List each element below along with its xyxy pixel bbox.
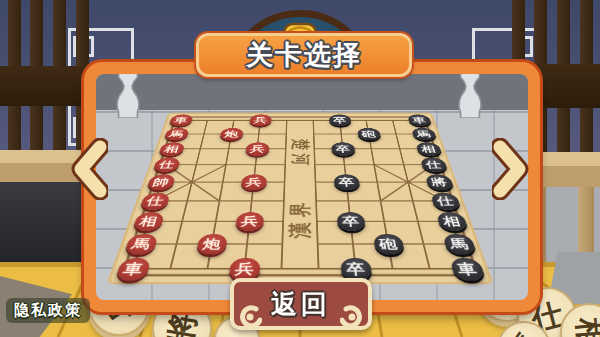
piece-red-兵: 兵 bbox=[249, 115, 272, 127]
board-cell: 仕 bbox=[426, 191, 465, 211]
board-cell bbox=[300, 173, 332, 191]
piece-red-兵: 兵 bbox=[228, 258, 261, 281]
piece-black-車: 車 bbox=[407, 115, 432, 127]
board-cell bbox=[272, 127, 300, 141]
board-cell bbox=[244, 127, 273, 141]
piece-black-仕: 仕 bbox=[429, 193, 461, 210]
board-cell: 相 bbox=[155, 141, 188, 156]
board-cell bbox=[162, 211, 201, 232]
board-cell: 馬 bbox=[160, 127, 192, 141]
board-cell: 砲 bbox=[369, 232, 409, 256]
back-button-label: 返回 bbox=[271, 287, 331, 322]
board-cell: 車 bbox=[165, 114, 196, 127]
board-cell: 卒 bbox=[326, 114, 354, 127]
board-cell bbox=[184, 141, 216, 156]
board-cell bbox=[356, 141, 387, 156]
piece-red-兵: 兵 bbox=[245, 142, 270, 155]
cloud-swirl-icon bbox=[340, 304, 366, 328]
piece-red-相: 相 bbox=[158, 142, 186, 155]
board-cell bbox=[197, 211, 235, 232]
board-cell: 馬 bbox=[408, 127, 440, 141]
board-cell bbox=[387, 157, 421, 174]
piece-black-車: 車 bbox=[448, 258, 485, 281]
board-cell bbox=[267, 191, 300, 211]
board-cell bbox=[270, 157, 300, 174]
board-cell bbox=[228, 232, 266, 256]
level-preview-panel: 楚河 漢界 車兵卒車馬炮砲馬相兵卒相仕仕帥兵卒將仕仕相兵卒相馬炮砲馬車兵卒車 bbox=[84, 62, 540, 312]
board-cell bbox=[332, 191, 366, 211]
board-cell: 卒 bbox=[333, 211, 369, 232]
board-cell bbox=[300, 157, 330, 174]
panel-interior: 楚河 漢界 車兵卒車馬炮砲馬相兵卒相仕仕帥兵卒將仕仕相兵卒相馬炮砲馬車兵卒車 bbox=[96, 74, 528, 300]
board-cell bbox=[188, 127, 219, 141]
board-cell: 兵 bbox=[237, 173, 270, 191]
piece-red-相: 相 bbox=[131, 212, 164, 231]
board-cell bbox=[334, 232, 372, 256]
board-cell bbox=[363, 191, 399, 211]
board-cell: 馬 bbox=[438, 232, 481, 256]
baluster-icon bbox=[112, 74, 144, 118]
piece-red-兵: 兵 bbox=[240, 174, 267, 190]
board-cell bbox=[273, 114, 300, 127]
piece-red-車: 車 bbox=[114, 258, 151, 281]
board-cell: 炮 bbox=[216, 127, 246, 141]
piece-black-卒: 卒 bbox=[328, 115, 351, 127]
piece-red-兵: 兵 bbox=[234, 212, 263, 231]
board-cell bbox=[219, 114, 248, 127]
page-title: 关卡选择 bbox=[246, 37, 362, 73]
piece-red-炮: 炮 bbox=[219, 128, 244, 140]
piece-black-將: 將 bbox=[424, 174, 454, 190]
board-cell bbox=[174, 173, 209, 191]
board-cell bbox=[300, 114, 327, 127]
piece-red-仕: 仕 bbox=[152, 158, 181, 172]
board-cell bbox=[240, 157, 271, 174]
privacy-policy-link[interactable]: 隐私政策 bbox=[6, 298, 90, 323]
board-cell bbox=[358, 157, 391, 174]
piece-black-卒: 卒 bbox=[340, 258, 373, 281]
board-cell: 相 bbox=[412, 141, 445, 156]
board-cell bbox=[300, 232, 336, 256]
board-cell bbox=[179, 157, 213, 174]
board-cell: 兵 bbox=[242, 141, 272, 156]
board-cell bbox=[360, 173, 394, 191]
board-cell bbox=[327, 127, 356, 141]
board-cell bbox=[352, 114, 381, 127]
cloud-swirl-icon bbox=[236, 304, 262, 328]
board-cell bbox=[372, 256, 414, 282]
board-cell: 兵 bbox=[246, 114, 274, 127]
board-cell bbox=[186, 256, 228, 282]
board-cell bbox=[271, 141, 300, 156]
board-cell bbox=[155, 232, 196, 256]
xiangqi-board: 楚河 漢界 車兵卒車馬炮砲馬相兵卒相仕仕帥兵卒將仕仕相兵卒相馬炮砲馬車兵卒車 bbox=[110, 114, 490, 282]
board-cell: 仕 bbox=[416, 157, 451, 174]
piece-red-帥: 帥 bbox=[146, 174, 176, 190]
board-cell bbox=[300, 127, 328, 141]
piece-black-卒: 卒 bbox=[331, 142, 356, 155]
board-cell bbox=[384, 141, 416, 156]
board-cell bbox=[205, 173, 239, 191]
board-cell: 車 bbox=[445, 256, 490, 282]
board-cell bbox=[264, 232, 300, 256]
piece-black-相: 相 bbox=[415, 142, 443, 155]
board-cell bbox=[201, 191, 237, 211]
board-cell bbox=[213, 141, 244, 156]
board-cell bbox=[192, 114, 222, 127]
board-grid: 車兵卒車馬炮砲馬相兵卒相仕仕帥兵卒將仕仕相兵卒相馬炮砲馬車兵卒車 bbox=[110, 114, 490, 282]
piece-black-仕: 仕 bbox=[419, 158, 448, 172]
piece-black-卒: 卒 bbox=[336, 212, 365, 231]
board-cell: 將 bbox=[421, 173, 458, 191]
board-cell bbox=[266, 211, 300, 232]
piece-red-炮: 炮 bbox=[195, 234, 227, 254]
next-level-button[interactable] bbox=[492, 138, 532, 200]
board-cell bbox=[366, 211, 404, 232]
board-cell bbox=[300, 211, 334, 232]
piece-black-砲: 砲 bbox=[357, 128, 382, 140]
board-cell: 炮 bbox=[192, 232, 232, 256]
baluster-icon bbox=[454, 74, 486, 118]
board-cell bbox=[381, 127, 412, 141]
board-cell bbox=[234, 191, 268, 211]
board-cell: 兵 bbox=[231, 211, 267, 232]
piece-red-馬: 馬 bbox=[123, 234, 158, 254]
piece-black-馬: 馬 bbox=[441, 234, 476, 254]
piece-black-相: 相 bbox=[435, 212, 468, 231]
piece-red-車: 車 bbox=[168, 115, 193, 127]
board-cell: 車 bbox=[404, 114, 435, 127]
board-cell: 卒 bbox=[330, 173, 363, 191]
board-cell bbox=[300, 191, 333, 211]
board-cell bbox=[209, 157, 242, 174]
board-cell bbox=[329, 157, 360, 174]
board-cell bbox=[378, 114, 408, 127]
level-select-screen: 兵將兵仕相馬 bbox=[0, 0, 600, 337]
board-cell: 砲 bbox=[354, 127, 384, 141]
piece-red-仕: 仕 bbox=[139, 193, 171, 210]
prev-level-button[interactable] bbox=[68, 138, 108, 200]
piece-black-砲: 砲 bbox=[372, 234, 404, 254]
board-cell bbox=[300, 141, 329, 156]
board-cell bbox=[168, 191, 205, 211]
board-cell bbox=[148, 256, 192, 282]
board-cell bbox=[268, 173, 300, 191]
board-cell: 卒 bbox=[328, 141, 358, 156]
back-button[interactable]: 返回 bbox=[230, 278, 372, 330]
piece-black-馬: 馬 bbox=[411, 128, 437, 140]
page-title-banner: 关卡选择 bbox=[196, 33, 412, 77]
board-cell: 相 bbox=[432, 211, 473, 232]
piece-red-馬: 馬 bbox=[163, 128, 189, 140]
piece-black-卒: 卒 bbox=[333, 174, 360, 190]
